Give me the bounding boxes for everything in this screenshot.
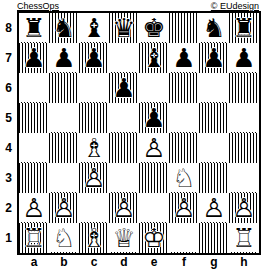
file-label-h: h <box>229 255 259 270</box>
square-f3[interactable]: ♞♘ <box>169 163 199 193</box>
square-a7[interactable]: ♟ <box>19 43 49 73</box>
piece-glyph: ♚ <box>142 13 165 43</box>
square-a8[interactable]: ♜ <box>19 13 49 43</box>
piece-glyph: ♔ <box>142 223 165 253</box>
piece-glyph: ♙ <box>142 133 165 163</box>
square-a2[interactable]: ♟♙ <box>19 193 49 223</box>
piece-black-king: ♚ <box>142 15 165 41</box>
square-e7[interactable]: ♝ <box>139 43 169 73</box>
piece-white-pawn: ♟♙ <box>202 195 225 221</box>
square-b1[interactable]: ♞♘ <box>49 223 79 253</box>
square-e5[interactable]: ♟ <box>139 103 169 133</box>
square-a6[interactable] <box>19 73 49 103</box>
piece-glyph: ♛ <box>112 13 135 43</box>
square-b5[interactable] <box>49 103 79 133</box>
square-h6[interactable] <box>229 73 259 103</box>
square-g1[interactable] <box>199 223 229 253</box>
square-f1[interactable] <box>169 223 199 253</box>
piece-glyph: ♞ <box>52 13 75 43</box>
square-h4[interactable] <box>229 133 259 163</box>
piece-glyph: ♙ <box>52 193 75 223</box>
piece-white-pawn: ♟♙ <box>142 135 165 161</box>
square-g3[interactable] <box>199 163 229 193</box>
square-g8[interactable]: ♞ <box>199 13 229 43</box>
square-c4[interactable]: ♝♗ <box>79 133 109 163</box>
piece-glyph: ♙ <box>172 193 195 223</box>
square-b8[interactable]: ♞ <box>49 13 79 43</box>
piece-glyph: ♙ <box>82 163 105 193</box>
piece-white-pawn: ♟♙ <box>82 165 105 191</box>
piece-glyph: ♙ <box>202 193 225 223</box>
piece-black-pawn: ♟ <box>82 45 105 71</box>
square-c5[interactable] <box>79 103 109 133</box>
square-d7[interactable] <box>109 43 139 73</box>
square-f5[interactable] <box>169 103 199 133</box>
rank-label-8: 8 <box>0 13 17 43</box>
piece-white-pawn: ♟♙ <box>112 195 135 221</box>
square-g2[interactable]: ♟♙ <box>199 193 229 223</box>
square-a5[interactable] <box>19 103 49 133</box>
piece-black-pawn: ♟ <box>172 45 195 71</box>
square-a4[interactable] <box>19 133 49 163</box>
square-b7[interactable]: ♟ <box>49 43 79 73</box>
piece-black-knight: ♞ <box>52 15 75 41</box>
piece-white-bishop: ♝♗ <box>82 225 105 251</box>
piece-black-pawn: ♟ <box>52 45 75 71</box>
piece-white-rook: ♜♖ <box>22 225 45 251</box>
square-g5[interactable] <box>199 103 229 133</box>
square-c2[interactable] <box>79 193 109 223</box>
file-label-f: f <box>169 255 199 270</box>
piece-glyph: ♟ <box>82 43 105 73</box>
piece-black-queen: ♛ <box>112 15 135 41</box>
piece-glyph: ♙ <box>232 193 255 223</box>
piece-glyph: ♗ <box>82 223 105 253</box>
square-g4[interactable] <box>199 133 229 163</box>
square-f8[interactable] <box>169 13 199 43</box>
square-h8[interactable]: ♜ <box>229 13 259 43</box>
square-c6[interactable] <box>79 73 109 103</box>
square-e4[interactable]: ♟♙ <box>139 133 169 163</box>
square-b6[interactable] <box>49 73 79 103</box>
square-e3[interactable] <box>139 163 169 193</box>
square-b2[interactable]: ♟♙ <box>49 193 79 223</box>
square-d4[interactable] <box>109 133 139 163</box>
piece-glyph: ♟ <box>232 43 255 73</box>
square-d2[interactable]: ♟♙ <box>109 193 139 223</box>
piece-white-pawn: ♟♙ <box>52 195 75 221</box>
square-f6[interactable] <box>169 73 199 103</box>
piece-black-pawn: ♟ <box>112 75 135 101</box>
square-f2[interactable]: ♟♙ <box>169 193 199 223</box>
piece-glyph: ♟ <box>112 73 135 103</box>
piece-glyph: ♕ <box>112 223 135 253</box>
rank-label-3: 3 <box>0 163 17 193</box>
piece-glyph: ♖ <box>22 223 45 253</box>
square-f7[interactable]: ♟ <box>169 43 199 73</box>
credit-link[interactable]: © EUdesign <box>211 1 259 11</box>
piece-black-knight: ♞ <box>202 15 225 41</box>
board-zone: 87654321 ♜♞♝♛♚♞♜♟♟♟♝♟♟♟♟♟♝♗♟♙♟♙♞♘♟♙♟♙♟♙♟… <box>0 11 270 255</box>
square-c7[interactable]: ♟ <box>79 43 109 73</box>
piece-white-bishop: ♝♗ <box>82 135 105 161</box>
square-d6[interactable]: ♟ <box>109 73 139 103</box>
square-b4[interactable] <box>49 133 79 163</box>
piece-glyph: ♙ <box>22 193 45 223</box>
square-h7[interactable]: ♟ <box>229 43 259 73</box>
square-g6[interactable] <box>199 73 229 103</box>
file-label-b: b <box>49 255 79 270</box>
piece-white-pawn: ♟♙ <box>172 195 195 221</box>
piece-black-pawn: ♟ <box>22 45 45 71</box>
square-c3[interactable]: ♟♙ <box>79 163 109 193</box>
piece-glyph: ♜ <box>232 13 255 43</box>
piece-glyph: ♟ <box>142 103 165 133</box>
square-b3[interactable] <box>49 163 79 193</box>
file-label-g: g <box>199 255 229 270</box>
square-g7[interactable]: ♟ <box>199 43 229 73</box>
square-d1[interactable]: ♛♕ <box>109 223 139 253</box>
piece-glyph: ♜ <box>22 13 45 43</box>
square-e1[interactable]: ♚♔ <box>139 223 169 253</box>
file-labels: abcdefgh <box>19 255 270 270</box>
rank-label-4: 4 <box>0 133 17 163</box>
square-e8[interactable]: ♚ <box>139 13 169 43</box>
app-title-link[interactable]: ChessOps <box>17 1 59 11</box>
piece-glyph: ♘ <box>52 223 75 253</box>
page: ChessOps © EUdesign 87654321 ♜♞♝♛♚♞♜♟♟♟♝… <box>0 0 270 270</box>
piece-white-knight: ♞♘ <box>52 225 75 251</box>
piece-black-pawn: ♟ <box>232 45 255 71</box>
piece-glyph: ♝ <box>142 43 165 73</box>
piece-glyph: ♟ <box>52 43 75 73</box>
piece-glyph: ♟ <box>172 43 195 73</box>
rank-labels: 87654321 <box>0 11 17 255</box>
piece-glyph: ♗ <box>82 133 105 163</box>
square-f4[interactable] <box>169 133 199 163</box>
rank-label-5: 5 <box>0 103 17 133</box>
rank-label-6: 6 <box>0 73 17 103</box>
piece-white-queen: ♛♕ <box>112 225 135 251</box>
square-c1[interactable]: ♝♗ <box>79 223 109 253</box>
piece-black-pawn: ♟ <box>202 45 225 71</box>
piece-black-rook: ♜ <box>22 15 45 41</box>
piece-glyph: ♟ <box>22 43 45 73</box>
piece-black-rook: ♜ <box>232 15 255 41</box>
piece-black-bishop: ♝ <box>142 45 165 71</box>
file-label-a: a <box>19 255 49 270</box>
piece-glyph: ♘ <box>172 163 195 193</box>
piece-glyph: ♝ <box>82 13 105 43</box>
piece-white-king: ♚♔ <box>142 225 165 251</box>
square-h1[interactable]: ♜♖ <box>229 223 259 253</box>
rank-label-2: 2 <box>0 193 17 223</box>
header: ChessOps © EUdesign <box>0 0 270 11</box>
piece-white-rook: ♜♖ <box>232 225 255 251</box>
square-a3[interactable] <box>19 163 49 193</box>
square-d5[interactable] <box>109 103 139 133</box>
file-label-c: c <box>79 255 109 270</box>
piece-white-pawn: ♟♙ <box>22 195 45 221</box>
square-d3[interactable] <box>109 163 139 193</box>
piece-white-pawn: ♟♙ <box>232 195 255 221</box>
piece-glyph: ♟ <box>202 43 225 73</box>
board: ♜♞♝♛♚♞♜♟♟♟♝♟♟♟♟♟♝♗♟♙♟♙♞♘♟♙♟♙♟♙♟♙♟♙♟♙♜♖♞♘… <box>17 11 261 255</box>
piece-glyph: ♖ <box>232 223 255 253</box>
square-e6[interactable] <box>139 73 169 103</box>
piece-glyph: ♙ <box>112 193 135 223</box>
piece-glyph: ♞ <box>202 13 225 43</box>
square-c8[interactable]: ♝ <box>79 13 109 43</box>
square-e2[interactable] <box>139 193 169 223</box>
file-label-d: d <box>109 255 139 270</box>
square-h2[interactable]: ♟♙ <box>229 193 259 223</box>
piece-black-pawn: ♟ <box>142 105 165 131</box>
piece-black-bishop: ♝ <box>82 15 105 41</box>
square-a1[interactable]: ♜♖ <box>19 223 49 253</box>
rank-label-7: 7 <box>0 43 17 73</box>
square-h5[interactable] <box>229 103 259 133</box>
file-label-e: e <box>139 255 169 270</box>
square-d8[interactable]: ♛ <box>109 13 139 43</box>
square-h3[interactable] <box>229 163 259 193</box>
rank-label-1: 1 <box>0 223 17 253</box>
piece-white-knight: ♞♘ <box>172 165 195 191</box>
